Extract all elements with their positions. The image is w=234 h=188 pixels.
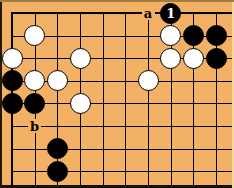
black-stone <box>206 48 227 69</box>
white-stone <box>70 48 91 69</box>
white-stone <box>24 25 45 46</box>
black-stone <box>206 25 227 46</box>
black-stone <box>2 93 23 114</box>
black-stone <box>47 161 68 182</box>
grid-vline <box>57 12 58 185</box>
go-board: 1 ab <box>0 0 234 188</box>
grid-hline <box>11 126 232 127</box>
grid-vline <box>103 12 104 185</box>
grid-vline <box>125 12 126 185</box>
black-stone <box>24 93 45 114</box>
black-stone <box>183 25 204 46</box>
black-stone <box>2 70 23 91</box>
white-stone <box>70 93 91 114</box>
white-stone <box>183 48 204 69</box>
black-stone: 1 <box>160 3 181 24</box>
move-number-label: 1 <box>166 6 175 19</box>
point-label-b: b <box>28 119 41 133</box>
point-label-a: a <box>142 6 155 20</box>
black-stone <box>47 138 68 159</box>
white-stone <box>47 70 68 91</box>
grid-hline <box>11 149 232 150</box>
grid-hline <box>11 171 232 172</box>
board-edge-line-top <box>11 12 232 14</box>
white-stone <box>138 70 159 91</box>
white-stone <box>24 70 45 91</box>
white-stone <box>2 48 23 69</box>
grid-vline <box>148 12 149 185</box>
white-stone <box>160 25 181 46</box>
white-stone <box>160 48 181 69</box>
